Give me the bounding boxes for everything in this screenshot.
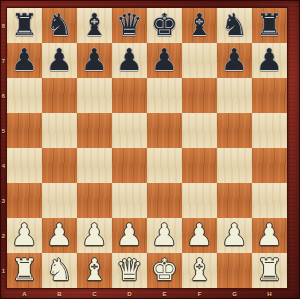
white-pawn[interactable]: ♟ [221,220,248,250]
square-c1[interactable]: ♝ [77,253,112,288]
square-g6[interactable] [217,78,252,113]
rank-label-3: 3 [0,183,7,218]
square-h7[interactable]: ♟ [252,43,287,78]
file-label-e: E [147,288,182,299]
white-pawn[interactable]: ♟ [116,220,143,250]
square-b1[interactable]: ♞ [42,253,77,288]
black-rook[interactable]: ♜ [256,10,283,40]
square-h8[interactable]: ♜ [252,8,287,43]
square-b2[interactable]: ♟ [42,218,77,253]
square-g1[interactable] [217,253,252,288]
square-a2[interactable]: ♟ [7,218,42,253]
square-c7[interactable]: ♟ [77,43,112,78]
square-f7[interactable] [182,43,217,78]
rank-label-2: 2 [0,218,7,253]
square-a5[interactable] [7,113,42,148]
white-king[interactable]: ♚ [151,255,178,285]
black-pawn[interactable]: ♟ [151,45,178,75]
square-d7[interactable]: ♟ [112,43,147,78]
black-pawn[interactable]: ♟ [46,45,73,75]
black-pawn[interactable]: ♟ [11,45,38,75]
white-queen[interactable]: ♛ [116,255,143,285]
file-label-f: F [182,288,217,299]
square-e4[interactable] [147,148,182,183]
square-g7[interactable]: ♟ [217,43,252,78]
square-c8[interactable]: ♝ [77,8,112,43]
square-f6[interactable] [182,78,217,113]
black-pawn[interactable]: ♟ [256,45,283,75]
square-d8[interactable]: ♛ [112,8,147,43]
square-e3[interactable] [147,183,182,218]
square-b8[interactable]: ♞ [42,8,77,43]
file-label-h: H [252,288,287,299]
square-f3[interactable] [182,183,217,218]
square-e6[interactable] [147,78,182,113]
black-king[interactable]: ♚ [151,10,178,40]
square-a8[interactable]: ♜ [7,8,42,43]
square-g2[interactable]: ♟ [217,218,252,253]
white-rook[interactable]: ♜ [11,255,38,285]
square-h6[interactable] [252,78,287,113]
rank-label-6: 6 [0,78,7,113]
square-f5[interactable] [182,113,217,148]
square-g3[interactable] [217,183,252,218]
square-f4[interactable] [182,148,217,183]
square-g5[interactable] [217,113,252,148]
square-d3[interactable] [112,183,147,218]
rank-label-5: 5 [0,113,7,148]
square-h3[interactable] [252,183,287,218]
black-pawn[interactable]: ♟ [116,45,143,75]
white-pawn[interactable]: ♟ [11,220,38,250]
file-label-c: C [77,288,112,299]
black-rook[interactable]: ♜ [11,10,38,40]
square-d2[interactable]: ♟ [112,218,147,253]
white-pawn[interactable]: ♟ [186,220,213,250]
black-knight[interactable]: ♞ [46,10,73,40]
square-e8[interactable]: ♚ [147,8,182,43]
black-bishop[interactable]: ♝ [81,10,108,40]
square-e2[interactable]: ♟ [147,218,182,253]
square-a3[interactable] [7,183,42,218]
square-e7[interactable]: ♟ [147,43,182,78]
square-f2[interactable]: ♟ [182,218,217,253]
black-pawn[interactable]: ♟ [81,45,108,75]
square-c2[interactable]: ♟ [77,218,112,253]
white-bishop[interactable]: ♝ [186,255,213,285]
square-d6[interactable] [112,78,147,113]
square-h2[interactable]: ♟ [252,218,287,253]
chessboard: 87654321 ABCDEFGH ♜♞♝♛♚♝♞♜♟♟♟♟♟♟♟♟♟♟♟♟♟♟… [0,0,300,299]
square-d1[interactable]: ♛ [112,253,147,288]
square-d5[interactable] [112,113,147,148]
square-c5[interactable] [77,113,112,148]
white-pawn[interactable]: ♟ [46,220,73,250]
square-b7[interactable]: ♟ [42,43,77,78]
file-label-b: B [42,288,77,299]
rank-label-8: 8 [0,8,7,43]
square-b3[interactable] [42,183,77,218]
file-labels: ABCDEFGH [7,288,287,299]
square-a7[interactable]: ♟ [7,43,42,78]
square-e5[interactable] [147,113,182,148]
white-pawn[interactable]: ♟ [151,220,178,250]
black-queen[interactable]: ♛ [116,10,143,40]
square-a4[interactable] [7,148,42,183]
square-e1[interactable]: ♚ [147,253,182,288]
white-bishop[interactable]: ♝ [81,255,108,285]
square-h1[interactable]: ♜ [252,253,287,288]
file-label-g: G [217,288,252,299]
black-pawn[interactable]: ♟ [221,45,248,75]
white-knight[interactable]: ♞ [46,255,73,285]
square-g4[interactable] [217,148,252,183]
square-c3[interactable] [77,183,112,218]
square-f8[interactable]: ♝ [182,8,217,43]
square-c6[interactable] [77,78,112,113]
rank-labels: 87654321 [0,8,7,288]
black-bishop[interactable]: ♝ [186,10,213,40]
board-frame: 87654321 ABCDEFGH ♜♞♝♛♚♝♞♜♟♟♟♟♟♟♟♟♟♟♟♟♟♟… [0,0,300,299]
square-d4[interactable] [112,148,147,183]
square-h4[interactable] [252,148,287,183]
rank-label-1: 1 [0,253,7,288]
file-label-d: D [112,288,147,299]
square-f1[interactable]: ♝ [182,253,217,288]
black-knight[interactable]: ♞ [221,10,248,40]
square-h5[interactable] [252,113,287,148]
square-b6[interactable] [42,78,77,113]
square-g8[interactable]: ♞ [217,8,252,43]
rank-label-4: 4 [0,148,7,183]
square-b5[interactable] [42,113,77,148]
white-pawn[interactable]: ♟ [81,220,108,250]
board-grid: ♜♞♝♛♚♝♞♜♟♟♟♟♟♟♟♟♟♟♟♟♟♟♟♜♞♝♛♚♝♜ [7,8,287,288]
square-a6[interactable] [7,78,42,113]
file-label-a: A [7,288,42,299]
square-a1[interactable]: ♜ [7,253,42,288]
white-pawn[interactable]: ♟ [256,220,283,250]
square-c4[interactable] [77,148,112,183]
rank-label-7: 7 [0,43,7,78]
white-rook[interactable]: ♜ [256,255,283,285]
square-b4[interactable] [42,148,77,183]
